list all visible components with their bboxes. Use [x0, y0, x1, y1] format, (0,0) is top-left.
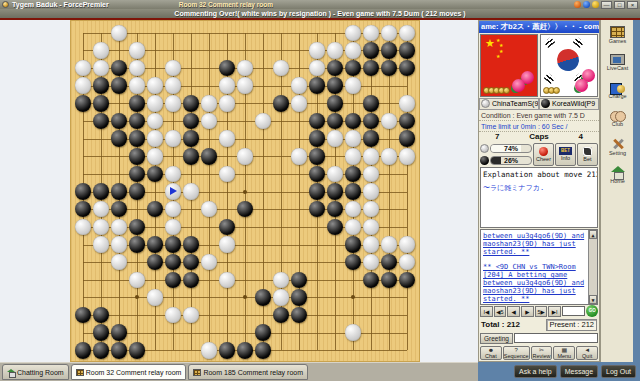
board-cell[interactable] [326, 236, 344, 254]
board-cell[interactable] [182, 253, 200, 271]
log-out-button[interactable]: Log Out [601, 365, 636, 378]
board-cell[interactable] [362, 112, 380, 130]
board-cell[interactable] [182, 271, 200, 289]
chat-message[interactable]: ** <9D CHN vs TWN>Room [204] A betting g… [483, 263, 586, 303]
board-cell[interactable] [74, 236, 92, 254]
board-cell[interactable] [362, 130, 380, 148]
board-cell[interactable] [254, 342, 272, 360]
board-cell[interactable] [308, 342, 326, 360]
board-cell[interactable] [272, 342, 290, 360]
board-cell[interactable] [380, 289, 398, 307]
board-cell[interactable] [362, 59, 380, 77]
board-cell[interactable] [200, 24, 218, 42]
board-cell[interactable] [218, 95, 236, 113]
board-cell[interactable] [110, 77, 128, 95]
board-cell[interactable] [326, 95, 344, 113]
board-cell[interactable] [398, 42, 416, 60]
board-cell[interactable] [182, 200, 200, 218]
board-cell[interactable] [254, 24, 272, 42]
board-cell[interactable] [254, 253, 272, 271]
board-cell[interactable] [182, 77, 200, 95]
board-cell[interactable] [326, 59, 344, 77]
board-cell[interactable] [308, 95, 326, 113]
board-cell[interactable] [290, 165, 308, 183]
board-cell[interactable] [200, 200, 218, 218]
board-cell[interactable] [200, 271, 218, 289]
board-cell[interactable] [164, 147, 182, 165]
board-cell[interactable] [164, 165, 182, 183]
board-cell[interactable] [380, 95, 398, 113]
nav-first-button[interactable]: I◀ [480, 306, 493, 317]
board-cell[interactable] [290, 112, 308, 130]
board-cell[interactable] [218, 342, 236, 360]
board-cell[interactable] [398, 218, 416, 236]
sequence-button[interactable]: ? Sequence [503, 346, 530, 360]
board-cell[interactable] [398, 147, 416, 165]
board-cell[interactable] [236, 183, 254, 201]
board-cell[interactable] [146, 130, 164, 148]
board-cell[interactable] [362, 200, 380, 218]
board-cell[interactable] [128, 183, 146, 201]
nav-forward-button[interactable]: ▶ [521, 306, 534, 317]
chat-message-box[interactable]: between uu3g4go6(9D) and maoshan23(9D) h… [480, 229, 598, 304]
board-cell[interactable] [308, 165, 326, 183]
board-cell[interactable] [236, 289, 254, 307]
board-cell[interactable] [110, 165, 128, 183]
board-cell[interactable] [164, 271, 182, 289]
board-cell[interactable] [254, 77, 272, 95]
board-cell[interactable] [110, 200, 128, 218]
board-cell[interactable] [92, 147, 110, 165]
greeting-tab[interactable]: Greeting [480, 333, 513, 344]
board-cell[interactable] [128, 236, 146, 254]
palette-tray-icon[interactable] [574, 1, 581, 8]
board-cell[interactable] [344, 112, 362, 130]
board-cell[interactable] [128, 59, 146, 77]
board-cell[interactable] [218, 271, 236, 289]
board-cell[interactable] [200, 218, 218, 236]
board-cell[interactable] [362, 165, 380, 183]
board-cell[interactable] [236, 165, 254, 183]
board-cell[interactable] [290, 42, 308, 60]
board-cell[interactable] [146, 147, 164, 165]
board-cell[interactable] [254, 289, 272, 307]
board-cell[interactable] [290, 289, 308, 307]
board-cell[interactable] [290, 59, 308, 77]
board-cell[interactable] [110, 147, 128, 165]
board-cell[interactable] [164, 59, 182, 77]
board-cell[interactable] [344, 165, 362, 183]
board-cell[interactable] [344, 24, 362, 42]
board-cell[interactable] [308, 218, 326, 236]
board-cell[interactable] [110, 253, 128, 271]
board-cell[interactable] [182, 289, 200, 307]
board-cell[interactable] [380, 59, 398, 77]
board-cell[interactable] [110, 59, 128, 77]
board-cell[interactable] [146, 342, 164, 360]
board-cell[interactable] [74, 324, 92, 342]
board-cell[interactable] [362, 77, 380, 95]
board-cell[interactable] [164, 253, 182, 271]
board-cell[interactable] [182, 183, 200, 201]
board-cell[interactable] [92, 183, 110, 201]
board-cell[interactable] [164, 342, 182, 360]
board-cell[interactable] [128, 24, 146, 42]
board-cell[interactable] [92, 42, 110, 60]
board-cell[interactable] [200, 289, 218, 307]
board-cell[interactable] [344, 77, 362, 95]
board-cell[interactable] [236, 342, 254, 360]
message-button[interactable]: Message [560, 365, 598, 378]
board-cell[interactable] [254, 200, 272, 218]
board-cell[interactable] [146, 324, 164, 342]
board-cell[interactable] [254, 183, 272, 201]
sidebar-item-club[interactable]: Club [601, 105, 634, 132]
board-cell[interactable] [308, 59, 326, 77]
tab-room-32[interactable]: Room 32 Comment relay room [71, 364, 187, 380]
board-cell[interactable] [236, 42, 254, 60]
board-cell[interactable] [344, 218, 362, 236]
board-cell[interactable] [254, 306, 272, 324]
board-cell[interactable] [218, 289, 236, 307]
scroll-down-icon[interactable]: ▼ [589, 295, 597, 304]
board-cell[interactable] [398, 236, 416, 254]
board-cell[interactable] [200, 59, 218, 77]
board-cell[interactable] [290, 77, 308, 95]
board-cell[interactable] [380, 271, 398, 289]
board-cell[interactable] [164, 236, 182, 254]
board-cell[interactable] [254, 271, 272, 289]
board-cell[interactable] [380, 147, 398, 165]
board-cell[interactable] [110, 271, 128, 289]
board-cell[interactable] [200, 324, 218, 342]
board-cell[interactable] [200, 253, 218, 271]
board-cell[interactable] [146, 236, 164, 254]
board-cell[interactable] [200, 236, 218, 254]
board-cell[interactable] [146, 59, 164, 77]
board-cell[interactable] [326, 24, 344, 42]
board-cell[interactable] [92, 24, 110, 42]
board-cell[interactable] [290, 218, 308, 236]
sidebar-item-livecast[interactable]: LiveCast [601, 49, 634, 76]
board-cell[interactable] [92, 218, 110, 236]
board-cell[interactable] [92, 342, 110, 360]
board-cell[interactable] [164, 77, 182, 95]
board-cell[interactable] [200, 342, 218, 360]
board-cell[interactable] [380, 112, 398, 130]
board-cell[interactable] [344, 130, 362, 148]
board-cell[interactable] [254, 147, 272, 165]
board-cell[interactable] [326, 77, 344, 95]
board-cell[interactable] [398, 24, 416, 42]
board-cell[interactable] [398, 112, 416, 130]
board-cell[interactable] [254, 165, 272, 183]
board-cell[interactable] [110, 42, 128, 60]
board-cell[interactable] [290, 236, 308, 254]
board-cell[interactable] [218, 253, 236, 271]
board-cell[interactable] [74, 218, 92, 236]
board-cell[interactable] [398, 95, 416, 113]
board-cell[interactable] [398, 342, 416, 360]
board-cell[interactable] [164, 306, 182, 324]
board-cell[interactable] [398, 306, 416, 324]
board-cell[interactable] [164, 24, 182, 42]
board-cell[interactable] [398, 59, 416, 77]
board-cell[interactable] [164, 289, 182, 307]
board-cell[interactable] [110, 218, 128, 236]
board-cell[interactable] [128, 324, 146, 342]
board-cell[interactable] [344, 59, 362, 77]
board-cell[interactable] [380, 130, 398, 148]
board-cell[interactable] [272, 165, 290, 183]
board-cell[interactable] [362, 147, 380, 165]
nav-last-button[interactable]: ▶I [548, 306, 561, 317]
board-cell[interactable] [218, 147, 236, 165]
board-cell[interactable] [218, 218, 236, 236]
board-cell[interactable] [344, 236, 362, 254]
board-cell[interactable] [380, 183, 398, 201]
scroll-up-icon[interactable]: ▲ [589, 230, 597, 239]
board-cell[interactable] [308, 236, 326, 254]
board-cell[interactable] [92, 77, 110, 95]
board-cell[interactable] [236, 112, 254, 130]
board-cell[interactable] [74, 289, 92, 307]
board-cell[interactable] [200, 42, 218, 60]
board-cell[interactable] [74, 165, 92, 183]
board-cell[interactable] [326, 147, 344, 165]
board-cell[interactable] [182, 95, 200, 113]
board-cell[interactable] [74, 130, 92, 148]
board-cell[interactable] [164, 200, 182, 218]
board-cell[interactable] [254, 59, 272, 77]
board-cell[interactable] [146, 289, 164, 307]
board-cell[interactable] [146, 183, 164, 201]
board-cell[interactable] [290, 147, 308, 165]
board-cell[interactable] [218, 200, 236, 218]
board-cell[interactable] [308, 324, 326, 342]
board-cell[interactable] [308, 271, 326, 289]
board-cell[interactable] [308, 77, 326, 95]
board-cell[interactable] [272, 289, 290, 307]
board-cell[interactable] [164, 324, 182, 342]
board-cell[interactable] [398, 183, 416, 201]
board-cell[interactable] [128, 271, 146, 289]
help-tray-icon[interactable] [592, 1, 599, 8]
board-cell[interactable] [398, 130, 416, 148]
board-cell[interactable] [200, 165, 218, 183]
board-cell[interactable] [380, 200, 398, 218]
board-cell[interactable] [218, 183, 236, 201]
board-cell[interactable] [398, 271, 416, 289]
board-cell[interactable] [110, 95, 128, 113]
board-cell[interactable] [380, 324, 398, 342]
board-cell[interactable] [92, 253, 110, 271]
bet-button[interactable]: Bet [577, 143, 598, 167]
board-cell[interactable] [236, 271, 254, 289]
board-cell[interactable] [110, 183, 128, 201]
board-cell[interactable] [110, 24, 128, 42]
board-cell[interactable] [146, 253, 164, 271]
board-cell[interactable] [344, 200, 362, 218]
board-cell[interactable] [146, 306, 164, 324]
board-cell[interactable] [236, 59, 254, 77]
board-cell[interactable] [308, 42, 326, 60]
board-cell[interactable] [146, 165, 164, 183]
board-cell[interactable] [236, 95, 254, 113]
board-cell[interactable] [128, 77, 146, 95]
board-cell[interactable] [380, 306, 398, 324]
board-cell[interactable] [74, 77, 92, 95]
board-cell[interactable] [344, 147, 362, 165]
board-cell[interactable] [218, 236, 236, 254]
board-cell[interactable] [308, 183, 326, 201]
board-cell[interactable] [128, 306, 146, 324]
board-cell[interactable] [236, 24, 254, 42]
board-cell[interactable] [344, 324, 362, 342]
board-cell[interactable] [128, 112, 146, 130]
bet-info-button[interactable]: BET Info [555, 143, 576, 167]
board-cell[interactable] [272, 271, 290, 289]
board-cell[interactable] [308, 253, 326, 271]
board-cell[interactable] [272, 59, 290, 77]
board-cell[interactable] [272, 218, 290, 236]
board-cell[interactable] [74, 342, 92, 360]
board-cell[interactable] [110, 342, 128, 360]
board-cell[interactable] [326, 306, 344, 324]
board-cell[interactable] [218, 130, 236, 148]
board-cell[interactable] [344, 183, 362, 201]
board-cell[interactable] [272, 147, 290, 165]
board-cell[interactable] [362, 95, 380, 113]
board-cell[interactable] [398, 200, 416, 218]
board-cell[interactable] [326, 42, 344, 60]
quit-button[interactable]: ◄ Quit [576, 346, 598, 360]
board-cell[interactable] [344, 42, 362, 60]
board-cell[interactable] [254, 112, 272, 130]
board-cell[interactable] [236, 77, 254, 95]
board-cell[interactable] [218, 59, 236, 77]
board-cell[interactable] [308, 112, 326, 130]
board-cell[interactable] [200, 130, 218, 148]
board-cell[interactable] [308, 306, 326, 324]
board-cell[interactable] [182, 306, 200, 324]
board-cell[interactable] [128, 42, 146, 60]
sidebar-item-charge[interactable]: Charge [601, 77, 634, 104]
board-cell[interactable] [308, 130, 326, 148]
board-cell[interactable] [182, 236, 200, 254]
board-cell[interactable] [182, 112, 200, 130]
board-cell[interactable] [362, 24, 380, 42]
board-cell[interactable] [200, 112, 218, 130]
board-cell[interactable] [200, 77, 218, 95]
board-cell[interactable] [290, 200, 308, 218]
board-cell[interactable] [344, 271, 362, 289]
board-cell[interactable] [92, 200, 110, 218]
board-cell[interactable] [74, 147, 92, 165]
board-cell[interactable] [146, 271, 164, 289]
board-cell[interactable] [110, 112, 128, 130]
board-cell[interactable] [326, 165, 344, 183]
board-cell[interactable] [110, 236, 128, 254]
board-cell[interactable] [326, 183, 344, 201]
sidebar-item-home[interactable]: Home [601, 161, 634, 188]
board-cell[interactable] [128, 342, 146, 360]
board-cell[interactable] [74, 112, 92, 130]
board-cell[interactable] [182, 218, 200, 236]
board-cell[interactable] [272, 236, 290, 254]
board-cell[interactable] [254, 218, 272, 236]
greeting-input[interactable] [514, 333, 598, 343]
board-cell[interactable] [146, 200, 164, 218]
board-cell[interactable] [344, 95, 362, 113]
board-cell[interactable] [74, 95, 92, 113]
board-cell[interactable] [272, 200, 290, 218]
board-cell[interactable] [326, 324, 344, 342]
board-cell[interactable] [92, 271, 110, 289]
board-cell[interactable] [308, 289, 326, 307]
board-cell[interactable] [344, 289, 362, 307]
board-cell[interactable] [380, 165, 398, 183]
board-cell[interactable] [92, 59, 110, 77]
board-cell[interactable] [380, 342, 398, 360]
board-cell[interactable] [164, 218, 182, 236]
board-cell[interactable] [110, 324, 128, 342]
board-cell[interactable] [74, 200, 92, 218]
chat-scrollbar[interactable]: ▲ ▼ [588, 230, 597, 303]
board-cell[interactable] [290, 95, 308, 113]
board-cell[interactable] [272, 183, 290, 201]
board-cell[interactable] [254, 130, 272, 148]
board-cell[interactable] [272, 306, 290, 324]
board-cell[interactable] [164, 112, 182, 130]
board-cell[interactable] [308, 147, 326, 165]
board-cell[interactable] [344, 306, 362, 324]
board-cell[interactable] [146, 95, 164, 113]
board-cell[interactable] [218, 165, 236, 183]
board-cell[interactable] [236, 218, 254, 236]
board-cell[interactable] [92, 165, 110, 183]
board-cell[interactable] [362, 42, 380, 60]
board-cell[interactable] [182, 165, 200, 183]
board-cell[interactable] [326, 271, 344, 289]
board-cell[interactable] [146, 218, 164, 236]
board-cell[interactable] [74, 183, 92, 201]
board-cell[interactable] [326, 342, 344, 360]
board-cell[interactable] [326, 130, 344, 148]
board-cell[interactable] [290, 324, 308, 342]
board-cell[interactable] [164, 183, 182, 201]
board-cell[interactable] [218, 24, 236, 42]
board-cell[interactable] [74, 42, 92, 60]
board-cell[interactable] [362, 253, 380, 271]
board-cell[interactable] [182, 59, 200, 77]
menu-button[interactable]: ▦ Menu [553, 346, 575, 360]
board-cell[interactable] [362, 218, 380, 236]
board-cell[interactable] [290, 253, 308, 271]
board-cell[interactable] [326, 112, 344, 130]
board-cell[interactable] [326, 289, 344, 307]
board-cell[interactable] [110, 130, 128, 148]
board-cell[interactable] [182, 42, 200, 60]
board-cell[interactable] [74, 24, 92, 42]
board-cell[interactable] [344, 342, 362, 360]
board-cell[interactable] [380, 24, 398, 42]
board-cell[interactable] [110, 289, 128, 307]
board-cell[interactable] [92, 130, 110, 148]
board-cell[interactable] [92, 236, 110, 254]
review-button[interactable]: ✂ Review [531, 346, 553, 360]
board-cell[interactable] [398, 253, 416, 271]
